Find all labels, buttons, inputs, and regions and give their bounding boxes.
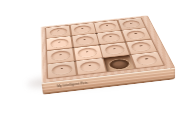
board-grid bbox=[45, 17, 165, 79]
block-dish bbox=[126, 30, 147, 40]
camera-perspective: My Intelligent Pets bbox=[0, 0, 178, 119]
puzzle-block-r3c1 bbox=[76, 58, 106, 75]
block-dish bbox=[104, 44, 125, 55]
block-dish bbox=[98, 22, 117, 31]
puzzle-block-r3c0 bbox=[48, 61, 77, 78]
block-dish bbox=[77, 47, 97, 58]
puzzle-block-r1c0 bbox=[47, 36, 73, 50]
corner-peg-dot bbox=[72, 47, 75, 48]
puzzle-block-r2c1 bbox=[74, 45, 102, 60]
block-dish bbox=[101, 33, 121, 43]
block-dish bbox=[76, 35, 95, 45]
block-dish bbox=[74, 25, 92, 34]
puzzle-block-r2c0 bbox=[47, 48, 74, 64]
block-dish bbox=[130, 41, 152, 52]
puzzle-block-r2c3 bbox=[126, 39, 157, 54]
puzzle-block-r3c3 bbox=[131, 52, 164, 68]
block-dish bbox=[80, 60, 102, 72]
corner-peg-dot bbox=[129, 54, 132, 55]
treat-cup-hole bbox=[108, 58, 130, 70]
puzzle-block-r2c2 bbox=[100, 42, 130, 57]
block-dish bbox=[135, 54, 158, 66]
corner-peg-dot bbox=[98, 44, 101, 45]
block-dish bbox=[50, 38, 69, 48]
block-dish bbox=[49, 27, 67, 36]
product-photo-scene: My Intelligent Pets bbox=[0, 0, 178, 119]
block-dish bbox=[51, 63, 72, 75]
empty-compartment-r3c2 bbox=[103, 55, 134, 72]
puzzle-board: My Intelligent Pets bbox=[41, 15, 176, 83]
corner-peg-dot bbox=[74, 60, 77, 61]
brand-stamp: My Intelligent Pets bbox=[57, 82, 88, 88]
corner-peg-dot bbox=[101, 57, 104, 58]
block-dish bbox=[122, 20, 142, 29]
block-dish bbox=[51, 50, 71, 61]
